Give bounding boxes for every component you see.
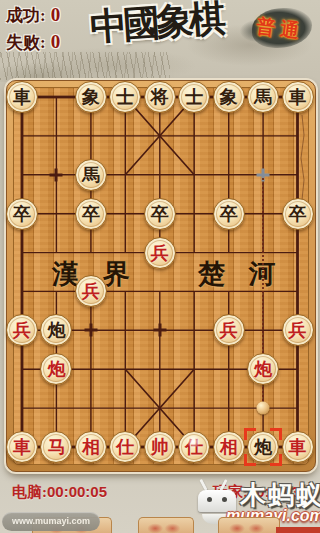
piece-glyph: 将 xyxy=(145,82,175,112)
watermark-url: www.mumayi.com xyxy=(2,512,100,531)
piece-glyph: 卒 xyxy=(76,199,106,229)
piece-red-帅[interactable]: 帅 xyxy=(144,431,176,463)
piece-glyph: 兵 xyxy=(76,276,106,306)
piece-black-卒[interactable]: 卒 xyxy=(144,198,176,230)
piece-glyph: 炮 xyxy=(41,354,71,384)
grass-decoration xyxy=(0,52,170,80)
piece-black-車[interactable]: 車 xyxy=(282,81,314,113)
piece-glyph: 帅 xyxy=(145,432,175,462)
piece-glyph: 相 xyxy=(76,432,106,462)
robot-eye-right xyxy=(222,497,227,502)
piece-glyph: 車 xyxy=(7,432,37,462)
computer-timer-value: 00:00:05 xyxy=(47,483,107,500)
piece-black-車[interactable]: 車 xyxy=(6,81,38,113)
piece-glyph: 兵 xyxy=(7,315,37,345)
piece-black-象[interactable]: 象 xyxy=(213,81,245,113)
fail-label: 失败: xyxy=(6,33,46,52)
piece-glyph: 仕 xyxy=(179,432,209,462)
piece-glyph: 炮 xyxy=(41,315,71,345)
piece-glyph: 仕 xyxy=(110,432,140,462)
piece-red-炮[interactable]: 炮 xyxy=(40,353,72,385)
position-marker xyxy=(84,324,97,337)
piece-red-兵[interactable]: 兵 xyxy=(282,314,314,346)
piece-glyph: 炮 xyxy=(248,354,278,384)
piece-black-象[interactable]: 象 xyxy=(75,81,107,113)
piece-black-士[interactable]: 士 xyxy=(109,81,141,113)
piece-glyph: 马 xyxy=(41,432,71,462)
xiangqi-app: 成功:0 失败:0 中國象棋 普通 漢 界 楚 河 車象士将士象馬車馬卒卒卒卒卒… xyxy=(0,0,320,533)
computer-timer-label: 电脑: xyxy=(12,484,47,500)
piece-red-兵[interactable]: 兵 xyxy=(6,314,38,346)
piece-glyph: 車 xyxy=(283,432,313,462)
piece-glyph: 馬 xyxy=(76,160,106,190)
position-marker xyxy=(153,324,166,337)
piece-black-将[interactable]: 将 xyxy=(144,81,176,113)
piece-black-卒[interactable]: 卒 xyxy=(75,198,107,230)
piece-glyph: 相 xyxy=(214,432,244,462)
success-value: 0 xyxy=(51,4,61,25)
piece-glyph: 車 xyxy=(7,82,37,112)
piece-red-相[interactable]: 相 xyxy=(75,431,107,463)
piece-red-兵[interactable]: 兵 xyxy=(144,237,176,269)
selection-brackets xyxy=(244,428,282,466)
piece-glyph: 兵 xyxy=(145,238,175,268)
piece-black-卒[interactable]: 卒 xyxy=(213,198,245,230)
piece-red-马[interactable]: 马 xyxy=(40,431,72,463)
piece-black-士[interactable]: 士 xyxy=(178,81,210,113)
robot-eye-left xyxy=(207,497,212,502)
piece-red-車[interactable]: 車 xyxy=(6,431,38,463)
position-marker xyxy=(50,168,63,181)
piece-black-卒[interactable]: 卒 xyxy=(6,198,38,230)
success-label: 成功: xyxy=(6,6,46,25)
piece-red-相[interactable]: 相 xyxy=(213,431,245,463)
piece-glyph: 卒 xyxy=(214,199,244,229)
toolbar-button-2[interactable] xyxy=(138,517,194,533)
piece-red-車[interactable]: 車 xyxy=(282,431,314,463)
piece-black-炮[interactable]: 炮 xyxy=(247,431,279,463)
piece-black-馬[interactable]: 馬 xyxy=(75,159,107,191)
piece-red-仕[interactable]: 仕 xyxy=(178,431,210,463)
fail-counter: 失败:0 xyxy=(6,31,60,54)
piece-glyph: 馬 xyxy=(248,82,278,112)
piece-glyph: 象 xyxy=(214,82,244,112)
piece-red-兵[interactable]: 兵 xyxy=(213,314,245,346)
computer-timer: 电脑:00:00:05 xyxy=(12,483,107,502)
river-label-chuhe: 楚 河 xyxy=(198,256,276,292)
piece-glyph: 士 xyxy=(179,82,209,112)
piece-glyph: 兵 xyxy=(214,315,244,345)
fail-value: 0 xyxy=(51,31,61,52)
piece-glyph: 卒 xyxy=(283,199,313,229)
toolbar-strip xyxy=(276,527,320,533)
piece-glyph: 車 xyxy=(283,82,313,112)
success-counter: 成功:0 xyxy=(6,4,60,27)
piece-glyph: 卒 xyxy=(7,199,37,229)
piece-black-炮[interactable]: 炮 xyxy=(40,314,72,346)
piece-red-兵[interactable]: 兵 xyxy=(75,275,107,307)
last-move-ball xyxy=(257,402,270,415)
piece-glyph: 士 xyxy=(110,82,140,112)
piece-black-卒[interactable]: 卒 xyxy=(282,198,314,230)
difficulty-badge[interactable]: 普通 xyxy=(248,6,316,52)
piece-glyph: 卒 xyxy=(145,199,175,229)
piece-black-馬[interactable]: 馬 xyxy=(247,81,279,113)
piece-glyph: 象 xyxy=(76,82,106,112)
toolbar-button-3[interactable] xyxy=(218,517,280,533)
piece-red-炮[interactable]: 炮 xyxy=(247,353,279,385)
piece-red-仕[interactable]: 仕 xyxy=(109,431,141,463)
piece-glyph: 兵 xyxy=(283,315,313,345)
